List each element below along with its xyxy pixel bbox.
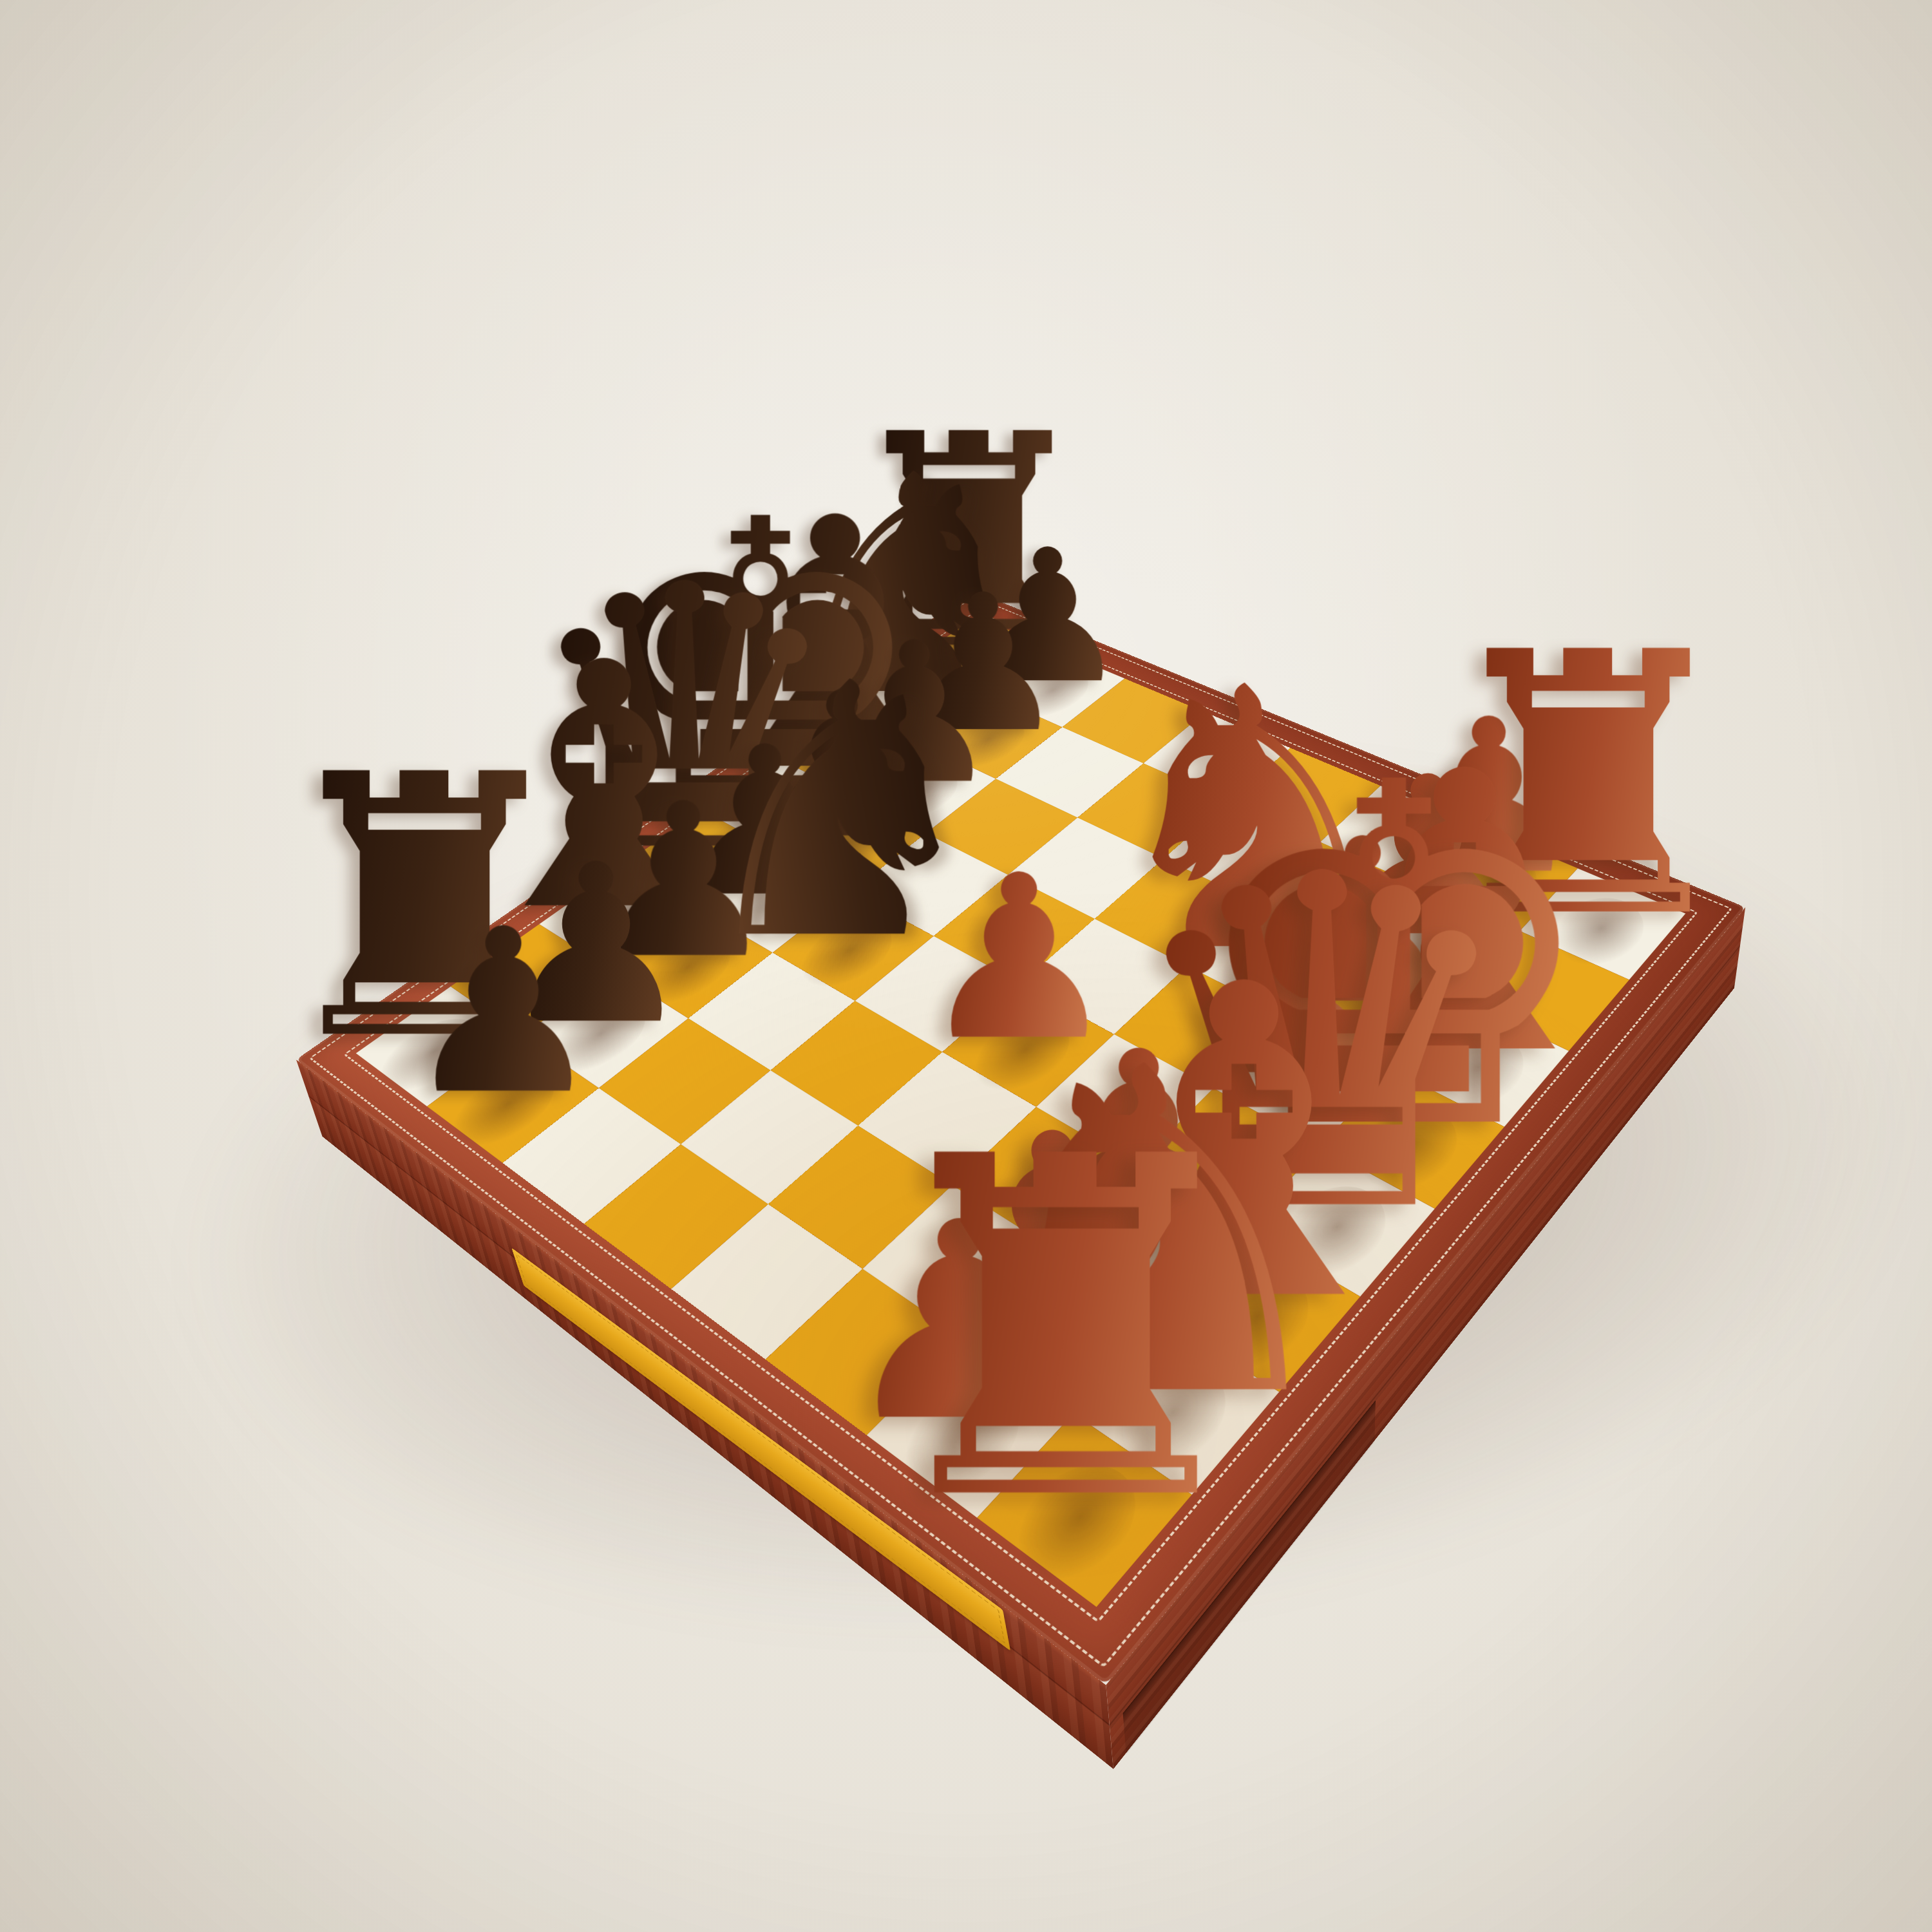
white-rook-a1[interactable]: ♜	[857, 1097, 1275, 1564]
black-pawn-a7[interactable]: ♟	[402, 899, 605, 1126]
scene-tilt: ♜♝♛♚♝♞♜♟♟♟♟♟♟♟♟♞♟♞♟♟♟♟♟♟♟♜♞♝♛♚♝♜	[0, 0, 1932, 1932]
chess-board-box: ♜♝♛♚♝♞♜♟♟♟♟♟♟♟♟♞♟♞♟♟♟♟♟♟♟♜♞♝♛♚♝♜	[296, 591, 1745, 1685]
square-a1[interactable]: ♜	[977, 1414, 1192, 1607]
board-top-face: ♜♝♛♚♝♞♜♟♟♟♟♟♟♟♟♞♟♞♟♟♟♟♟♟♟♜♞♝♛♚♝♜	[296, 591, 1745, 1685]
scene: ♜♝♛♚♝♞♜♟♟♟♟♟♟♟♟♞♟♞♟♟♟♟♟♟♟♜♞♝♛♚♝♜	[0, 0, 1932, 1932]
board-field: ♜♝♛♚♝♞♜♟♟♟♟♟♟♟♟♞♟♞♟♟♟♟♟♟♟♜♞♝♛♚♝♜	[356, 616, 1686, 1607]
